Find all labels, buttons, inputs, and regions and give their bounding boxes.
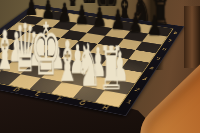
piece-black-pawn: ♟ [140,11,169,39]
piece-white-rook: ♜ [94,38,129,98]
chess-photo-scene: ♜♞♝♛♚♝♞♜♟♟♟♟♟♟♟♟♟♟♟♟♟♟♟♟♜♞♝♛♚♝♞♜ ABCDEFG… [0,0,200,133]
